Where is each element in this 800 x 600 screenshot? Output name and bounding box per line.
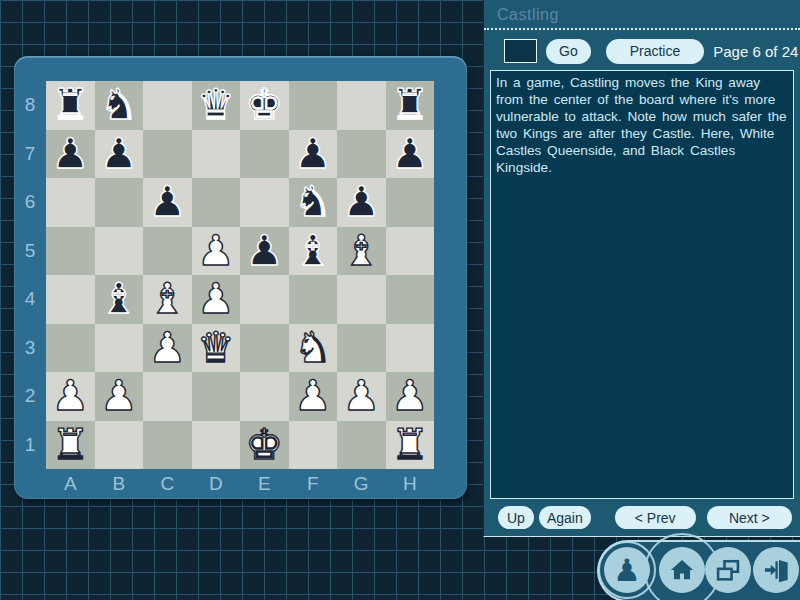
again-button[interactable]: Again: [539, 506, 591, 529]
exit-door-icon: [762, 556, 790, 584]
black-pawn: ♟: [342, 178, 380, 227]
square-c3[interactable]: ♟: [143, 324, 192, 373]
square-g2[interactable]: ♟: [337, 372, 386, 421]
white-knight: ♞: [294, 324, 332, 373]
square-c1[interactable]: [143, 421, 192, 470]
square-g1[interactable]: [337, 421, 386, 470]
square-d2[interactable]: [192, 372, 241, 421]
white-queen: ♛: [197, 324, 235, 373]
square-f7[interactable]: ♟: [289, 130, 338, 179]
square-a5[interactable]: [46, 227, 95, 276]
square-g6[interactable]: ♟: [337, 178, 386, 227]
black-pawn: ♟: [294, 130, 332, 179]
square-e7[interactable]: [240, 130, 289, 179]
square-c7[interactable]: [143, 130, 192, 179]
file-label: B: [95, 469, 144, 499]
white-pawn: ♟: [197, 227, 235, 276]
square-e3[interactable]: [240, 324, 289, 373]
white-bishop: ♝: [342, 227, 380, 276]
file-label: D: [192, 469, 241, 499]
white-king: ♚: [245, 421, 283, 470]
rank-label: 7: [14, 130, 46, 179]
square-h3[interactable]: [386, 324, 435, 373]
square-d3[interactable]: ♛: [192, 324, 241, 373]
file-label: A: [46, 469, 95, 499]
square-c8[interactable]: [143, 81, 192, 130]
lesson-panel: Castling Go Practice Page 6 of 24 In a g…: [483, 0, 800, 537]
square-a6[interactable]: [46, 178, 95, 227]
white-pawn: ♟: [148, 324, 186, 373]
black-pawn: ♟: [148, 178, 186, 227]
square-h2[interactable]: ♟: [386, 372, 435, 421]
controls-row: Go Practice Page 6 of 24: [484, 30, 800, 72]
cascade-windows-button[interactable]: [705, 547, 751, 593]
black-queen: ♛: [197, 81, 235, 130]
square-d5[interactable]: ♟: [192, 227, 241, 276]
square-f1[interactable]: [289, 421, 338, 470]
black-knight: ♞: [100, 81, 138, 130]
square-a8[interactable]: ♜: [46, 81, 95, 130]
square-d6[interactable]: [192, 178, 241, 227]
square-e5[interactable]: ♟: [240, 227, 289, 276]
up-button[interactable]: Up: [498, 506, 534, 529]
square-f6[interactable]: ♞: [289, 178, 338, 227]
white-bishop: ♝: [148, 275, 186, 324]
white-rook: ♜: [51, 421, 89, 470]
square-e4[interactable]: [240, 275, 289, 324]
panel-footer: Up Again < Prev Next >: [484, 506, 800, 529]
square-d8[interactable]: ♛: [192, 81, 241, 130]
page-indicator: Page 6 of 24: [713, 43, 800, 60]
square-b8[interactable]: ♞: [95, 81, 144, 130]
square-g8[interactable]: [337, 81, 386, 130]
square-a1[interactable]: ♜: [46, 421, 95, 470]
chess-board-frame: 87654321 ♜♞♛♚♜♟♟♟♟♟♞♟♟♟♝♝♝♝♟♟♛♞♟♟♟♟♟♜♚♜ …: [14, 56, 467, 499]
square-f4[interactable]: [289, 275, 338, 324]
square-b3[interactable]: [95, 324, 144, 373]
black-rook: ♜: [391, 81, 429, 130]
black-pawn: ♟: [51, 130, 89, 179]
square-h7[interactable]: ♟: [386, 130, 435, 179]
black-pawn: ♟: [100, 130, 138, 179]
white-pawn: ♟: [197, 275, 235, 324]
square-b2[interactable]: ♟: [95, 372, 144, 421]
square-g4[interactable]: [337, 275, 386, 324]
square-c4[interactable]: ♝: [143, 275, 192, 324]
square-a2[interactable]: ♟: [46, 372, 95, 421]
square-f5[interactable]: ♝: [289, 227, 338, 276]
square-f8[interactable]: [289, 81, 338, 130]
white-pawn: ♟: [342, 372, 380, 421]
square-g7[interactable]: [337, 130, 386, 179]
chess-piece-icon: ♟: [613, 547, 641, 593]
square-h1[interactable]: ♜: [386, 421, 435, 470]
exit-button[interactable]: [753, 547, 799, 593]
go-button[interactable]: Go: [546, 39, 591, 64]
rank-label: 1: [14, 421, 46, 470]
square-b4[interactable]: ♝: [95, 275, 144, 324]
lesson-text: In a game, Castling moves the King away …: [490, 70, 794, 499]
square-h4[interactable]: [386, 275, 435, 324]
panel-title: Castling: [497, 6, 559, 23]
white-pawn: ♟: [294, 372, 332, 421]
chess-board[interactable]: ♜♞♛♚♜♟♟♟♟♟♞♟♟♟♝♝♝♝♟♟♛♞♟♟♟♟♟♜♚♜: [46, 81, 434, 469]
black-king: ♚: [245, 81, 283, 130]
black-bishop: ♝: [294, 227, 332, 276]
black-rook: ♜: [51, 81, 89, 130]
rank-label: 6: [14, 178, 46, 227]
square-f2[interactable]: ♟: [289, 372, 338, 421]
file-labels: ABCDEFGH: [46, 469, 434, 499]
square-d1[interactable]: [192, 421, 241, 470]
square-g3[interactable]: [337, 324, 386, 373]
rank-labels: 87654321: [14, 81, 46, 469]
square-c5[interactable]: [143, 227, 192, 276]
next-button[interactable]: Next >: [707, 506, 792, 529]
square-d7[interactable]: [192, 130, 241, 179]
file-label: G: [337, 469, 386, 499]
square-a7[interactable]: ♟: [46, 130, 95, 179]
square-b7[interactable]: ♟: [95, 130, 144, 179]
rank-label: 3: [14, 324, 46, 373]
black-knight: ♞: [294, 178, 332, 227]
square-h5[interactable]: [386, 227, 435, 276]
square-e6[interactable]: [240, 178, 289, 227]
rank-label: 5: [14, 227, 46, 276]
white-pawn: ♟: [391, 372, 429, 421]
prev-button[interactable]: < Prev: [615, 506, 696, 529]
file-label: F: [289, 469, 338, 499]
file-label: C: [143, 469, 192, 499]
file-label: H: [386, 469, 435, 499]
square-h8[interactable]: ♜: [386, 81, 435, 130]
white-rook: ♜: [391, 421, 429, 470]
white-pawn: ♟: [100, 372, 138, 421]
black-bishop: ♝: [100, 275, 138, 324]
square-g5[interactable]: ♝: [337, 227, 386, 276]
home-icon: [668, 556, 696, 584]
square-e1[interactable]: ♚: [240, 421, 289, 470]
cascade-windows-icon: [714, 556, 742, 584]
square-b1[interactable]: [95, 421, 144, 470]
panel-header: Castling: [484, 0, 800, 30]
move-input[interactable]: [504, 39, 537, 63]
square-a3[interactable]: [46, 324, 95, 373]
black-pawn: ♟: [245, 227, 283, 276]
square-e2[interactable]: [240, 372, 289, 421]
square-c6[interactable]: ♟: [143, 178, 192, 227]
rank-label: 4: [14, 275, 46, 324]
home-button[interactable]: [659, 547, 705, 593]
square-f3[interactable]: ♞: [289, 324, 338, 373]
square-d4[interactable]: ♟: [192, 275, 241, 324]
rank-label: 2: [14, 372, 46, 421]
square-h6[interactable]: [386, 178, 435, 227]
practice-button[interactable]: Practice: [606, 39, 705, 64]
file-label: E: [240, 469, 289, 499]
square-b6[interactable]: [95, 178, 144, 227]
chess-piece-button[interactable]: ♟: [604, 547, 650, 593]
rank-label: 8: [14, 81, 46, 130]
square-c2[interactable]: [143, 372, 192, 421]
square-e8[interactable]: ♚: [240, 81, 289, 130]
square-a4[interactable]: [46, 275, 95, 324]
white-pawn: ♟: [51, 372, 89, 421]
black-pawn: ♟: [391, 130, 429, 179]
square-b5[interactable]: [95, 227, 144, 276]
